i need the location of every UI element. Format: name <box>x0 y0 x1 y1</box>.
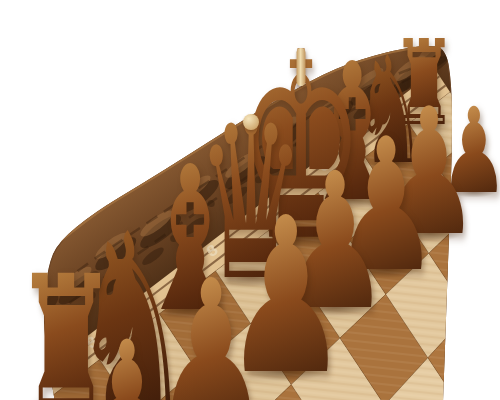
chess-set-photo: ՑՑՑ ♜♞♟♝♟♚♟♛♟♝♟♞♜♟♟ <box>0 0 500 400</box>
piece-pawn-a2[interactable]: ♟ <box>83 321 170 400</box>
pieces-layer: ♜♞♟♝♟♚♟♛♟♝♟♞♜♟♟ <box>0 0 500 400</box>
